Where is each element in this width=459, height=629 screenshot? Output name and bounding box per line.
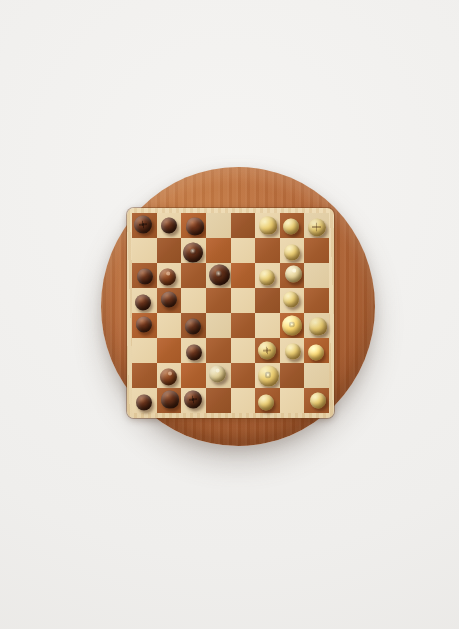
square-g7: ♙ bbox=[280, 238, 305, 263]
square-b2: ♝ bbox=[157, 363, 182, 388]
square-d5 bbox=[206, 288, 231, 313]
square-d1 bbox=[206, 388, 231, 413]
piece-white-pawn: ♙ bbox=[307, 344, 324, 361]
square-a5: ♟ bbox=[132, 288, 157, 313]
photo-backdrop: ♜♟♞♘♙♖♛♙♟♝♚♙♗♟♟♙♟♟♕♘♟♖♙♙♝♗♔♟♞♜♙♙ bbox=[0, 0, 459, 629]
piece-white-queen: ♕ bbox=[282, 314, 303, 335]
square-c4: ♟ bbox=[181, 313, 206, 338]
square-a4: ♟ bbox=[132, 313, 157, 338]
square-g2 bbox=[280, 363, 305, 388]
square-f5 bbox=[255, 288, 280, 313]
square-h1: ♙ bbox=[304, 388, 329, 413]
square-b8: ♟ bbox=[157, 213, 182, 238]
square-h4: ♘ bbox=[304, 313, 329, 338]
square-d8 bbox=[206, 213, 231, 238]
square-c1: ♜ bbox=[181, 388, 206, 413]
piece-white-bishop: ♗ bbox=[284, 265, 302, 283]
piece-white-king: ♔ bbox=[258, 366, 279, 387]
square-h5 bbox=[304, 288, 329, 313]
piece-black-rook: ♜ bbox=[133, 214, 153, 234]
piece-white-knight: ♘ bbox=[309, 317, 327, 335]
square-f4 bbox=[255, 313, 280, 338]
square-f3: ♖ bbox=[255, 338, 280, 363]
square-e6 bbox=[231, 263, 256, 288]
square-c8: ♞ bbox=[181, 213, 206, 238]
square-h7 bbox=[304, 238, 329, 263]
square-g6: ♗ bbox=[280, 263, 305, 288]
square-a1: ♟ bbox=[132, 388, 157, 413]
piece-black-pawn: ♟ bbox=[186, 344, 202, 360]
square-b5: ♟ bbox=[157, 288, 182, 313]
square-b3 bbox=[157, 338, 182, 363]
piece-black-knight: ♞ bbox=[186, 217, 204, 235]
piece-white-rook: ♖ bbox=[308, 218, 326, 236]
square-f1: ♙ bbox=[255, 388, 280, 413]
square-c3: ♟ bbox=[181, 338, 206, 363]
square-e1 bbox=[231, 388, 256, 413]
square-g1 bbox=[280, 388, 305, 413]
square-d7 bbox=[206, 238, 231, 263]
square-f7 bbox=[255, 238, 280, 263]
square-e8 bbox=[231, 213, 256, 238]
piece-white-bishop: ♗ bbox=[208, 365, 227, 384]
square-d6: ♚ bbox=[206, 263, 231, 288]
piece-black-knight: ♞ bbox=[160, 390, 179, 409]
square-e4 bbox=[231, 313, 256, 338]
square-g8: ♙ bbox=[280, 213, 305, 238]
square-c6 bbox=[181, 263, 206, 288]
square-b1: ♞ bbox=[157, 388, 182, 413]
square-h3: ♙ bbox=[304, 338, 329, 363]
piece-white-pawn: ♙ bbox=[258, 394, 275, 411]
piece-black-bishop: ♝ bbox=[159, 268, 177, 286]
square-g4: ♕ bbox=[280, 313, 305, 338]
piece-black-king: ♚ bbox=[208, 263, 231, 286]
piece-white-pawn: ♙ bbox=[283, 218, 300, 235]
square-e2 bbox=[231, 363, 256, 388]
square-a8: ♜ bbox=[132, 213, 157, 238]
square-c2 bbox=[181, 363, 206, 388]
piece-black-rook: ♜ bbox=[183, 389, 203, 409]
piece-black-pawn: ♟ bbox=[135, 294, 152, 311]
piece-black-pawn: ♟ bbox=[161, 217, 178, 234]
square-d3 bbox=[206, 338, 231, 363]
piece-white-pawn: ♙ bbox=[284, 244, 300, 260]
piece-white-rook: ♖ bbox=[258, 341, 277, 360]
square-c7: ♛ bbox=[181, 238, 206, 263]
piece-black-queen: ♛ bbox=[182, 241, 203, 262]
piece-black-pawn: ♟ bbox=[184, 318, 201, 335]
piece-black-bishop: ♝ bbox=[160, 369, 177, 386]
square-f8: ♘ bbox=[255, 213, 280, 238]
piece-black-pawn: ♟ bbox=[160, 290, 178, 308]
square-d4 bbox=[206, 313, 231, 338]
piece-white-knight: ♘ bbox=[259, 215, 279, 235]
chess-board-frame: ♜♟♞♘♙♖♛♙♟♝♚♙♗♟♟♙♟♟♕♘♟♖♙♙♝♗♔♟♞♜♙♙ bbox=[127, 208, 334, 418]
square-g3: ♙ bbox=[280, 338, 305, 363]
square-b7 bbox=[157, 238, 182, 263]
piece-white-pawn: ♙ bbox=[282, 290, 300, 308]
square-e3 bbox=[231, 338, 256, 363]
piece-white-pawn: ♙ bbox=[309, 391, 327, 409]
piece-black-pawn: ♟ bbox=[136, 394, 152, 410]
square-b4 bbox=[157, 313, 182, 338]
square-f6: ♙ bbox=[255, 263, 280, 288]
square-a2 bbox=[132, 363, 157, 388]
piece-white-pawn: ♙ bbox=[285, 343, 301, 359]
square-b6: ♝ bbox=[157, 263, 182, 288]
piece-black-pawn: ♟ bbox=[136, 315, 154, 333]
chess-board-grid: ♜♟♞♘♙♖♛♙♟♝♚♙♗♟♟♙♟♟♕♘♟♖♙♙♝♗♔♟♞♜♙♙ bbox=[132, 213, 329, 413]
square-e7 bbox=[231, 238, 256, 263]
square-a7 bbox=[132, 238, 157, 263]
square-h6 bbox=[304, 263, 329, 288]
piece-black-pawn: ♟ bbox=[137, 268, 153, 284]
square-h2 bbox=[304, 363, 329, 388]
square-c5 bbox=[181, 288, 206, 313]
square-a3 bbox=[132, 338, 157, 363]
square-d2: ♗ bbox=[206, 363, 231, 388]
square-a6: ♟ bbox=[132, 263, 157, 288]
square-h8: ♖ bbox=[304, 213, 329, 238]
square-f2: ♔ bbox=[255, 363, 280, 388]
square-g5: ♙ bbox=[280, 288, 305, 313]
square-e5 bbox=[231, 288, 256, 313]
piece-white-pawn: ♙ bbox=[259, 269, 275, 285]
